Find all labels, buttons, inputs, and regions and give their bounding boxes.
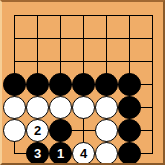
stone-white: [3, 119, 26, 142]
move-3-stone-black: 3: [26, 142, 49, 165]
move-4-stone-white: 4: [72, 142, 95, 165]
move-1-stone-black: 1: [49, 142, 72, 165]
stone-black: [72, 73, 95, 96]
stone-black: [26, 73, 49, 96]
stone-white: [95, 119, 118, 142]
stone-black: [95, 73, 118, 96]
stones-grid: 2314: [3, 4, 164, 165]
go-board: 2314: [0, 0, 165, 165]
stone-white: [3, 96, 26, 119]
stone-white: [26, 96, 49, 119]
move-number-label: 3: [34, 147, 41, 160]
move-number-label: 2: [34, 124, 41, 137]
stone-black: [49, 73, 72, 96]
stone-white: [95, 142, 118, 165]
stone-black: [49, 119, 72, 142]
stone-black: [118, 96, 141, 119]
stone-white: [95, 96, 118, 119]
stone-black: [118, 73, 141, 96]
move-number-label: 1: [57, 147, 64, 160]
stone-white: [49, 96, 72, 119]
stone-black: [3, 73, 26, 96]
stone-black: [118, 142, 141, 165]
move-number-label: 4: [80, 147, 87, 160]
stone-white: [72, 96, 95, 119]
move-2-stone-white: 2: [26, 119, 49, 142]
stone-black: [118, 119, 141, 142]
